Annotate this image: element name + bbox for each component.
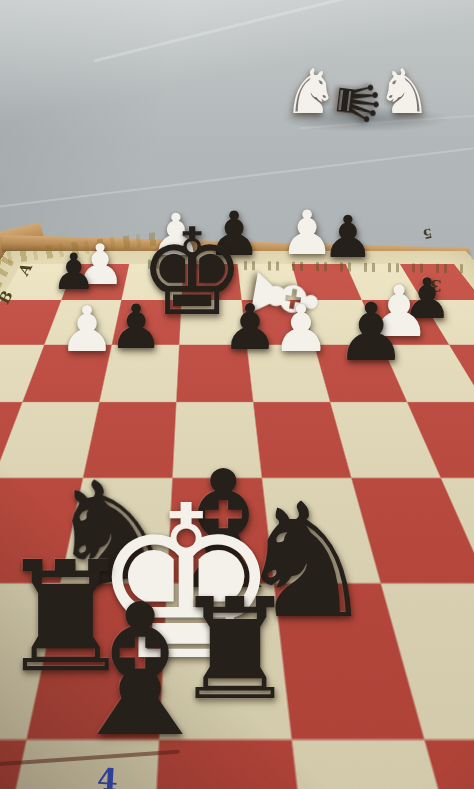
black-pawn: ♟ (109, 296, 164, 357)
white-pawn: ♟ (272, 296, 330, 361)
black-pawn: ♟ (322, 208, 374, 266)
chessboard-photo-scene: AB534 ♞♛♞♟♟♟♟♟♚♟♝♟♟♟♟♟♟♟♜♞♚♝♞♜♝ (0, 0, 474, 789)
black-pawn: ♟ (52, 247, 97, 297)
black-pawn: ♟ (335, 293, 407, 373)
white-pawn: ♟ (59, 298, 115, 361)
floor-vein (93, 0, 346, 62)
black-pawn: ♟ (222, 296, 278, 359)
black-bishop: ♝ (58, 580, 221, 762)
black-queen-lying: ♛ (326, 74, 388, 131)
